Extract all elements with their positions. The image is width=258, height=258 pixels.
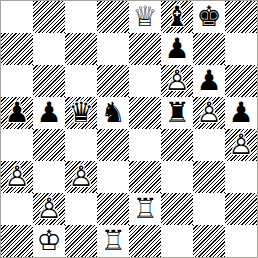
square-d3[interactable] (97, 161, 129, 193)
square-d2[interactable] (97, 193, 129, 225)
square-h3[interactable] (225, 161, 257, 193)
square-g3[interactable] (193, 161, 225, 193)
square-d4[interactable] (97, 129, 129, 161)
chess-board: ♛♕♝♚♟♟♙♟♟♟♛♞♜♟♙♟♟♙♟♙♟♙♟♙♜♖♚♔♜♖ (1, 1, 257, 257)
square-h8[interactable] (225, 1, 257, 33)
square-a2[interactable] (1, 193, 33, 225)
square-c1[interactable] (65, 225, 97, 257)
square-f8[interactable]: ♝ (161, 1, 193, 33)
square-a3[interactable]: ♟♙ (1, 161, 33, 193)
white-pawn-f6: ♟♙ (161, 65, 193, 97)
square-c6[interactable] (65, 65, 97, 97)
black-pawn-f7: ♟ (161, 33, 193, 65)
square-g1[interactable] (193, 225, 225, 257)
white-queen-e8: ♛♕ (129, 1, 161, 33)
square-b2[interactable]: ♟♙ (33, 193, 65, 225)
white-pawn-b2: ♟♙ (33, 193, 65, 225)
square-h1[interactable] (225, 225, 257, 257)
square-e5[interactable] (129, 97, 161, 129)
square-h4[interactable]: ♟♙ (225, 129, 257, 161)
black-pawn-a5: ♟ (1, 97, 33, 129)
square-g8[interactable]: ♚ (193, 1, 225, 33)
square-f1[interactable] (161, 225, 193, 257)
square-b6[interactable] (33, 65, 65, 97)
black-pawn-b5: ♟ (33, 97, 65, 129)
square-e8[interactable]: ♛♕ (129, 1, 161, 33)
square-h6[interactable] (225, 65, 257, 97)
square-b8[interactable] (33, 1, 65, 33)
white-king-b1: ♚♔ (33, 225, 65, 257)
square-b7[interactable] (33, 33, 65, 65)
square-a5[interactable]: ♟ (1, 97, 33, 129)
square-c7[interactable] (65, 33, 97, 65)
square-a4[interactable] (1, 129, 33, 161)
square-a6[interactable] (1, 65, 33, 97)
square-a7[interactable] (1, 33, 33, 65)
square-g4[interactable] (193, 129, 225, 161)
square-b4[interactable] (33, 129, 65, 161)
square-f5[interactable]: ♜ (161, 97, 193, 129)
square-b1[interactable]: ♚♔ (33, 225, 65, 257)
square-c3[interactable]: ♟♙ (65, 161, 97, 193)
square-d6[interactable] (97, 65, 129, 97)
square-c4[interactable] (65, 129, 97, 161)
square-b5[interactable]: ♟ (33, 97, 65, 129)
white-pawn-h4: ♟♙ (225, 129, 257, 161)
square-a8[interactable] (1, 1, 33, 33)
black-king-g8: ♚ (193, 1, 225, 33)
chess-board-frame: ♛♕♝♚♟♟♙♟♟♟♛♞♜♟♙♟♟♙♟♙♟♙♟♙♜♖♚♔♜♖ (0, 0, 258, 258)
square-d5[interactable]: ♞ (97, 97, 129, 129)
black-knight-d5: ♞ (97, 97, 129, 129)
square-f4[interactable] (161, 129, 193, 161)
square-e4[interactable] (129, 129, 161, 161)
square-c5[interactable]: ♛ (65, 97, 97, 129)
white-rook-e2: ♜♖ (129, 193, 161, 225)
square-d7[interactable] (97, 33, 129, 65)
square-g5[interactable]: ♟♙ (193, 97, 225, 129)
white-rook-d1: ♜♖ (97, 225, 129, 257)
square-e7[interactable] (129, 33, 161, 65)
square-d1[interactable]: ♜♖ (97, 225, 129, 257)
square-f3[interactable] (161, 161, 193, 193)
square-f7[interactable]: ♟ (161, 33, 193, 65)
square-g2[interactable] (193, 193, 225, 225)
square-g6[interactable]: ♟ (193, 65, 225, 97)
black-bishop-f8: ♝ (161, 1, 193, 33)
square-d8[interactable] (97, 1, 129, 33)
square-g7[interactable] (193, 33, 225, 65)
square-f2[interactable] (161, 193, 193, 225)
square-e2[interactable]: ♜♖ (129, 193, 161, 225)
square-h7[interactable] (225, 33, 257, 65)
black-pawn-h5: ♟ (225, 97, 257, 129)
white-pawn-a3: ♟♙ (1, 161, 33, 193)
square-b3[interactable] (33, 161, 65, 193)
black-rook-f5: ♜ (161, 97, 193, 129)
white-pawn-g5: ♟♙ (193, 97, 225, 129)
square-c2[interactable] (65, 193, 97, 225)
square-e3[interactable] (129, 161, 161, 193)
black-queen-c5: ♛ (65, 97, 97, 129)
square-h5[interactable]: ♟ (225, 97, 257, 129)
square-a1[interactable] (1, 225, 33, 257)
white-pawn-c3: ♟♙ (65, 161, 97, 193)
square-e1[interactable] (129, 225, 161, 257)
square-c8[interactable] (65, 1, 97, 33)
black-pawn-g6: ♟ (193, 65, 225, 97)
square-e6[interactable] (129, 65, 161, 97)
square-h2[interactable] (225, 193, 257, 225)
square-f6[interactable]: ♟♙ (161, 65, 193, 97)
